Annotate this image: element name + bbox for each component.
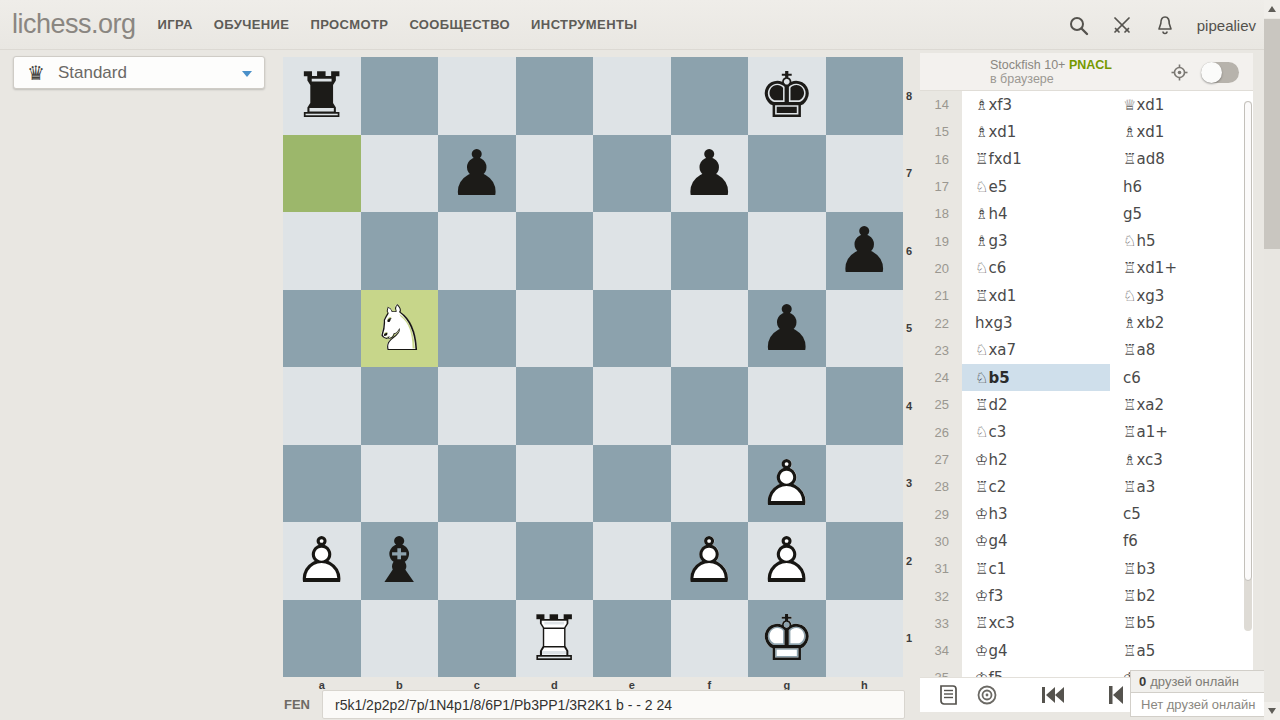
variant-selector[interactable]: ♛ Standard xyxy=(13,56,265,89)
move-white-26[interactable]: ♘c3 xyxy=(962,419,1110,446)
move-black-27[interactable]: ♗xc3 xyxy=(1110,446,1253,473)
move-black-32[interactable]: ♖b2 xyxy=(1110,582,1253,609)
move-black-25[interactable]: ♖xa2 xyxy=(1110,391,1253,418)
move-number: 22 xyxy=(920,309,962,336)
move-black-23[interactable]: ♖a8 xyxy=(1110,337,1253,364)
move-row-30: 30♔g4f6 xyxy=(920,528,1253,555)
piece-black-p-c7[interactable]: ♟ xyxy=(438,135,516,213)
square-g1[interactable]: ♚♔ xyxy=(748,600,826,678)
move-row-20: 20♘c6♖xd1+ xyxy=(920,255,1253,282)
variant-label: Standard xyxy=(58,63,127,83)
square-a8[interactable]: ♜ xyxy=(283,57,361,135)
move-white-25[interactable]: ♖d2 xyxy=(962,391,1110,418)
square-b3[interactable] xyxy=(361,445,439,523)
nav-menu-item-2[interactable]: ОБУЧЕНИЕ xyxy=(214,17,290,32)
move-row-21: 21♖xd1♘xg3 xyxy=(920,282,1253,309)
square-f2[interactable]: ♟♙ xyxy=(671,522,749,600)
navbar-right: pipealiev xyxy=(1068,0,1256,50)
square-c2[interactable] xyxy=(438,522,516,600)
move-row-33: 33♖xc3♖b5 xyxy=(920,610,1253,637)
move-white-24[interactable]: ♘b5 xyxy=(962,364,1110,391)
crossed-swords-icon[interactable] xyxy=(1111,14,1133,36)
square-g7[interactable] xyxy=(748,135,826,213)
engine-badge: PNACL xyxy=(1069,58,1112,72)
move-number: 31 xyxy=(920,555,962,582)
nav-menu-item-5[interactable]: ИНСТРУМЕНТЫ xyxy=(531,17,637,32)
piece-white-p-g3[interactable]: ♟♙ xyxy=(748,445,826,523)
square-h4[interactable] xyxy=(826,367,904,445)
piece-black-k-g8[interactable]: ♚ xyxy=(748,57,826,135)
square-c7[interactable]: ♟ xyxy=(438,135,516,213)
move-black-28[interactable]: ♖a3 xyxy=(1110,473,1253,500)
move-black-24[interactable]: c6 xyxy=(1110,364,1253,391)
square-a6[interactable] xyxy=(283,212,361,290)
move-list: 14♗xf3♕xd115♗xd1♗xd116♖fxd1♖ad817♘e5h618… xyxy=(920,91,1253,677)
friends-online-header[interactable]: 0 друзей онлайн xyxy=(1130,670,1270,692)
username[interactable]: pipealiev xyxy=(1197,17,1256,34)
square-e5[interactable] xyxy=(593,290,671,368)
move-row-22: 22hxg3♗xb2 xyxy=(920,309,1253,336)
rank-label-5: 5 xyxy=(906,290,920,368)
square-c1[interactable] xyxy=(438,600,516,678)
move-number: 19 xyxy=(920,228,962,255)
move-number: 14 xyxy=(920,91,962,118)
friends-count-label: друзей онлайн xyxy=(1150,674,1239,689)
piece-black-b-b2[interactable]: ♝ xyxy=(361,522,439,600)
move-black-31[interactable]: ♖b3 xyxy=(1110,555,1253,582)
move-row-28: 28♖c2♖a3 xyxy=(920,473,1253,500)
move-row-19: 19♗g3♘h5 xyxy=(920,228,1253,255)
square-d3[interactable] xyxy=(516,445,594,523)
rank-label-7: 7 xyxy=(906,135,920,213)
lichess-logo[interactable]: lichess.org xyxy=(12,9,136,40)
engine-settings-icon[interactable] xyxy=(1171,64,1188,81)
square-b4[interactable] xyxy=(361,367,439,445)
fen-input[interactable] xyxy=(322,690,905,719)
rank-label-1: 1 xyxy=(906,600,920,678)
move-black-16[interactable]: ♖ad8 xyxy=(1110,146,1253,173)
move-number: 28 xyxy=(920,473,962,500)
move-white-30[interactable]: ♔g4 xyxy=(962,528,1110,555)
move-white-23[interactable]: ♘xa7 xyxy=(962,337,1110,364)
square-g2[interactable]: ♟♙ xyxy=(748,522,826,600)
square-b8[interactable] xyxy=(361,57,439,135)
move-row-18: 18♗h4g5 xyxy=(920,200,1253,227)
piece-white-p-g2[interactable]: ♟♙ xyxy=(748,522,826,600)
rank-label-3: 3 xyxy=(906,445,920,523)
square-f7[interactable]: ♟ xyxy=(671,135,749,213)
square-h7[interactable] xyxy=(826,135,904,213)
move-black-21[interactable]: ♘xg3 xyxy=(1110,282,1253,309)
square-f4[interactable] xyxy=(671,367,749,445)
move-number: 25 xyxy=(920,391,962,418)
move-row-31: 31♖c1♖b3 xyxy=(920,555,1253,582)
piece-black-p-h6[interactable]: ♟ xyxy=(826,212,904,290)
square-g4[interactable] xyxy=(748,367,826,445)
search-icon[interactable] xyxy=(1068,15,1089,36)
page-scrollbar[interactable] xyxy=(1264,0,1280,720)
square-d6[interactable] xyxy=(516,212,594,290)
square-b1[interactable] xyxy=(361,600,439,678)
nav-menu-item-1[interactable]: ИГРА xyxy=(158,17,193,32)
move-number: 15 xyxy=(920,118,962,145)
square-g6[interactable] xyxy=(748,212,826,290)
move-white-33[interactable]: ♖xc3 xyxy=(962,610,1110,637)
rank-label-2: 2 xyxy=(906,522,920,600)
practice-target-icon[interactable] xyxy=(976,684,998,706)
piece-white-k-g1[interactable]: ♚♔ xyxy=(748,600,826,678)
square-c4[interactable] xyxy=(438,367,516,445)
move-white-20[interactable]: ♘c6 xyxy=(962,255,1110,282)
scroll-up-button[interactable] xyxy=(1264,0,1280,18)
go-first-icon[interactable] xyxy=(1040,686,1066,704)
move-black-14[interactable]: ♕xd1 xyxy=(1110,91,1253,118)
square-b2[interactable]: ♝ xyxy=(361,522,439,600)
square-a7[interactable] xyxy=(283,135,361,213)
square-h2[interactable] xyxy=(826,522,904,600)
move-row-27: 27♔h2♗xc3 xyxy=(920,446,1253,473)
move-row-34: 34♔g4♖a5 xyxy=(920,637,1253,664)
move-number: 20 xyxy=(920,255,962,282)
crown-icon: ♛ xyxy=(27,63,45,83)
move-row-23: 23♘xa7♖a8 xyxy=(920,337,1253,364)
move-row-24: 24♘b5c6 xyxy=(920,364,1253,391)
move-black-22[interactable]: ♗xb2 xyxy=(1110,309,1253,336)
move-number: 33 xyxy=(920,610,962,637)
move-number: 18 xyxy=(920,200,962,227)
square-f1[interactable] xyxy=(671,600,749,678)
square-g3[interactable]: ♟♙ xyxy=(748,445,826,523)
move-black-34[interactable]: ♖a5 xyxy=(1110,637,1253,664)
square-g5[interactable]: ♟ xyxy=(748,290,826,368)
square-a5[interactable] xyxy=(283,290,361,368)
move-white-19[interactable]: ♗g3 xyxy=(962,228,1110,255)
move-white-22[interactable]: hxg3 xyxy=(962,309,1110,336)
square-f6[interactable] xyxy=(671,212,749,290)
rank-label-4: 4 xyxy=(906,367,920,445)
piece-white-r-d1[interactable]: ♜♖ xyxy=(516,600,594,678)
engine-info: Stockfish 10+ PNACL в браузере xyxy=(990,58,1112,86)
nav-menu: ИГРАОБУЧЕНИЕПРОСМОТРСООБЩЕСТВОИНСТРУМЕНТ… xyxy=(158,17,638,32)
move-number: 23 xyxy=(920,337,962,364)
move-black-17[interactable]: h6 xyxy=(1110,173,1253,200)
square-d4[interactable] xyxy=(516,367,594,445)
move-row-14: 14♗xf3♕xd1 xyxy=(920,91,1253,118)
engine-toggle[interactable] xyxy=(1201,62,1239,83)
move-list-scrollbar[interactable] xyxy=(1244,101,1252,631)
move-white-14[interactable]: ♗xf3 xyxy=(962,91,1110,118)
move-black-20[interactable]: ♖xd1+ xyxy=(1110,255,1253,282)
square-e8[interactable] xyxy=(593,57,671,135)
move-white-34[interactable]: ♔g4 xyxy=(962,637,1110,664)
square-e2[interactable] xyxy=(593,522,671,600)
square-c3[interactable] xyxy=(438,445,516,523)
bell-icon[interactable] xyxy=(1155,15,1175,36)
rank-label-8: 8 xyxy=(906,57,920,135)
move-black-26[interactable]: ♖a1+ xyxy=(1110,419,1253,446)
square-d1[interactable]: ♜♖ xyxy=(516,600,594,678)
move-black-30[interactable]: f6 xyxy=(1110,528,1253,555)
engine-subtitle: в браузере xyxy=(990,72,1112,86)
move-white-32[interactable]: ♔f3 xyxy=(962,582,1110,609)
move-number: 35 xyxy=(920,664,962,677)
piece-white-p-f2[interactable]: ♟♙ xyxy=(671,522,749,600)
piece-white-p-a2[interactable]: ♟♙ xyxy=(283,522,361,600)
move-black-19[interactable]: ♘h5 xyxy=(1110,228,1253,255)
square-f8[interactable] xyxy=(671,57,749,135)
square-h1[interactable] xyxy=(826,600,904,678)
square-h8[interactable] xyxy=(826,57,904,135)
move-number: 27 xyxy=(920,446,962,473)
piece-white-n-b5[interactable]: ♞♘ xyxy=(361,290,439,368)
square-e6[interactable] xyxy=(593,212,671,290)
move-white-35[interactable]: ♔f5 xyxy=(962,664,1110,677)
scroll-down-button[interactable] xyxy=(1264,702,1280,720)
square-e4[interactable] xyxy=(593,367,671,445)
nav-menu-item-4[interactable]: СООБЩЕСТВО xyxy=(409,17,510,32)
square-b5[interactable]: ♞♘ xyxy=(361,290,439,368)
move-white-17[interactable]: ♘e5 xyxy=(962,173,1110,200)
friends-empty-message: Нет друзей онлайн xyxy=(1130,692,1270,717)
move-number: 30 xyxy=(920,528,962,555)
move-row-16: 16♖fxd1♖ad8 xyxy=(920,146,1253,173)
opening-book-icon[interactable] xyxy=(936,684,960,706)
piece-black-p-g5[interactable]: ♟ xyxy=(748,290,826,368)
move-number: 17 xyxy=(920,173,962,200)
square-d8[interactable] xyxy=(516,57,594,135)
square-c8[interactable] xyxy=(438,57,516,135)
move-white-15[interactable]: ♗xd1 xyxy=(962,118,1110,145)
move-number: 24 xyxy=(920,364,962,391)
move-number: 32 xyxy=(920,582,962,609)
move-black-15[interactable]: ♗xd1 xyxy=(1110,118,1253,145)
move-number: 21 xyxy=(920,282,962,309)
top-navbar: lichess.org ИГРАОБУЧЕНИЕПРОСМОТРСООБЩЕСТ… xyxy=(0,0,1280,50)
move-number: 26 xyxy=(920,419,962,446)
move-white-29[interactable]: ♔h3 xyxy=(962,501,1110,528)
move-row-32: 32♔f3♖b2 xyxy=(920,582,1253,609)
chevron-down-icon xyxy=(242,71,252,77)
move-white-28[interactable]: ♖c2 xyxy=(962,473,1110,500)
engine-name: Stockfish 10+ xyxy=(990,58,1065,72)
rank-label-6: 6 xyxy=(906,212,920,290)
square-c6[interactable] xyxy=(438,212,516,290)
square-d2[interactable] xyxy=(516,522,594,600)
page-scrollbar-thumb[interactable] xyxy=(1264,19,1280,249)
square-e3[interactable] xyxy=(593,445,671,523)
square-h6[interactable]: ♟ xyxy=(826,212,904,290)
move-list-scrollbar-thumb[interactable] xyxy=(1244,101,1252,581)
nav-menu-item-3[interactable]: ПРОСМОТР xyxy=(310,17,388,32)
square-a3[interactable] xyxy=(283,445,361,523)
square-b7[interactable] xyxy=(361,135,439,213)
scroll-up-icon xyxy=(1268,6,1276,12)
move-black-29[interactable]: c5 xyxy=(1110,501,1253,528)
move-row-29: 29♔h3c5 xyxy=(920,501,1253,528)
move-row-25: 25♖d2♖xa2 xyxy=(920,391,1253,418)
step-back-icon[interactable] xyxy=(1106,685,1126,705)
square-h5[interactable] xyxy=(826,290,904,368)
engine-panel-header: Stockfish 10+ PNACL в браузере xyxy=(920,53,1253,91)
square-a2[interactable]: ♟♙ xyxy=(283,522,361,600)
move-number: 16 xyxy=(920,146,962,173)
chess-board: ♜♚♟♟♟♞♘♟♟♙♟♙♝♟♙♟♙♜♖♚♔ xyxy=(283,57,903,677)
move-number: 34 xyxy=(920,637,962,664)
square-f3[interactable] xyxy=(671,445,749,523)
square-h3[interactable] xyxy=(826,445,904,523)
move-white-16[interactable]: ♖fxd1 xyxy=(962,146,1110,173)
move-black-33[interactable]: ♖b5 xyxy=(1110,610,1253,637)
toggle-knob xyxy=(1201,62,1222,83)
square-b6[interactable] xyxy=(361,212,439,290)
square-e7[interactable] xyxy=(593,135,671,213)
fen-label: FEN xyxy=(284,697,310,712)
move-number: 29 xyxy=(920,501,962,528)
friends-count: 0 xyxy=(1139,674,1146,689)
piece-black-r-a8[interactable]: ♜ xyxy=(283,57,361,135)
move-row-26: 26♘c3♖a1+ xyxy=(920,419,1253,446)
square-d5[interactable] xyxy=(516,290,594,368)
square-f5[interactable] xyxy=(671,290,749,368)
move-row-15: 15♗xd1♗xd1 xyxy=(920,118,1253,145)
scroll-down-icon xyxy=(1268,708,1276,714)
square-e1[interactable] xyxy=(593,600,671,678)
square-a1[interactable] xyxy=(283,600,361,678)
move-black-18[interactable]: g5 xyxy=(1110,200,1253,227)
move-white-21[interactable]: ♖xd1 xyxy=(962,282,1110,309)
move-row-17: 17♘e5h6 xyxy=(920,173,1253,200)
move-white-27[interactable]: ♔h2 xyxy=(962,446,1110,473)
square-a4[interactable] xyxy=(283,367,361,445)
move-white-31[interactable]: ♖c1 xyxy=(962,555,1110,582)
square-g8[interactable]: ♚ xyxy=(748,57,826,135)
move-white-18[interactable]: ♗h4 xyxy=(962,200,1110,227)
square-c5[interactable] xyxy=(438,290,516,368)
piece-black-p-f7[interactable]: ♟ xyxy=(671,135,749,213)
square-d7[interactable] xyxy=(516,135,594,213)
